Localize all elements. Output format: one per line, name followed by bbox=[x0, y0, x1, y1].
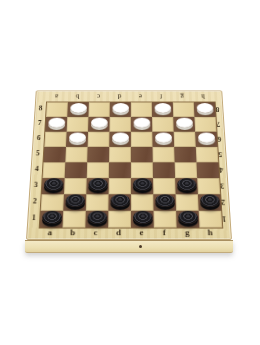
square-e5[interactable] bbox=[131, 147, 153, 162]
piece-white-a7[interactable] bbox=[48, 117, 65, 127]
square-b6[interactable] bbox=[66, 132, 88, 147]
piece-white-b6[interactable] bbox=[69, 132, 86, 142]
square-g1[interactable] bbox=[176, 211, 199, 228]
folding-box-front-edge bbox=[25, 240, 233, 253]
square-e1[interactable] bbox=[131, 211, 154, 228]
piece-white-e7[interactable] bbox=[133, 117, 150, 127]
piece-black-g3[interactable] bbox=[177, 178, 197, 191]
square-e6[interactable] bbox=[131, 132, 153, 147]
square-f3[interactable] bbox=[153, 178, 176, 194]
piece-white-f8[interactable] bbox=[154, 103, 171, 113]
square-b2[interactable] bbox=[63, 194, 86, 210]
square-h5[interactable] bbox=[196, 147, 219, 162]
square-e2[interactable] bbox=[131, 194, 154, 210]
file-labels-top: abcdefgh bbox=[46, 91, 214, 101]
square-f7[interactable] bbox=[152, 117, 174, 132]
piece-white-g7[interactable] bbox=[176, 117, 193, 127]
piece-black-h2[interactable] bbox=[199, 194, 219, 207]
piece-white-f6[interactable] bbox=[155, 132, 172, 142]
square-h1[interactable] bbox=[199, 211, 223, 228]
piece-black-g1[interactable] bbox=[178, 210, 198, 223]
square-a4[interactable] bbox=[43, 162, 66, 178]
square-e8[interactable] bbox=[131, 102, 152, 117]
square-c3[interactable] bbox=[86, 178, 109, 194]
square-a3[interactable] bbox=[42, 178, 65, 194]
square-d3[interactable] bbox=[109, 178, 131, 194]
square-f8[interactable] bbox=[152, 102, 173, 117]
square-h8[interactable] bbox=[194, 102, 216, 117]
square-f6[interactable] bbox=[152, 132, 174, 147]
checkers-board: abcdefgh abcdefgh 87654321 87654321 bbox=[26, 90, 232, 240]
square-c4[interactable] bbox=[87, 162, 109, 178]
square-h2[interactable] bbox=[198, 194, 221, 210]
square-e4[interactable] bbox=[131, 162, 153, 178]
piece-white-c7[interactable] bbox=[90, 117, 107, 127]
square-a2[interactable] bbox=[41, 194, 64, 210]
latch-pin-icon bbox=[139, 245, 142, 248]
square-h4[interactable] bbox=[196, 162, 219, 178]
square-f5[interactable] bbox=[153, 147, 175, 162]
file-label-top-d: d bbox=[109, 91, 130, 101]
product-photo-background: abcdefgh abcdefgh 87654321 87654321 bbox=[0, 0, 260, 345]
piece-white-d8[interactable] bbox=[112, 103, 129, 113]
piece-black-e3[interactable] bbox=[132, 178, 151, 191]
square-b1[interactable] bbox=[63, 211, 86, 228]
square-a1[interactable] bbox=[40, 211, 64, 228]
piece-black-c1[interactable] bbox=[87, 210, 107, 223]
square-g7[interactable] bbox=[173, 117, 195, 132]
piece-black-b2[interactable] bbox=[65, 194, 85, 207]
square-g5[interactable] bbox=[174, 147, 196, 162]
piece-black-c3[interactable] bbox=[88, 178, 108, 191]
piece-white-d6[interactable] bbox=[112, 132, 129, 142]
square-g6[interactable] bbox=[174, 132, 196, 147]
square-h7[interactable] bbox=[194, 117, 216, 132]
square-a5[interactable] bbox=[43, 147, 66, 162]
square-a8[interactable] bbox=[46, 102, 68, 117]
square-d1[interactable] bbox=[108, 211, 131, 228]
board-grid bbox=[39, 102, 224, 229]
square-a6[interactable] bbox=[44, 132, 66, 147]
square-d8[interactable] bbox=[110, 102, 131, 117]
piece-black-f2[interactable] bbox=[155, 194, 175, 207]
file-label-top-a: a bbox=[46, 91, 67, 101]
square-h3[interactable] bbox=[197, 178, 220, 194]
piece-black-a3[interactable] bbox=[43, 178, 63, 191]
piece-white-b8[interactable] bbox=[70, 103, 87, 113]
square-g8[interactable] bbox=[173, 102, 195, 117]
square-h6[interactable] bbox=[195, 132, 217, 147]
file-label-top-c: c bbox=[88, 91, 109, 101]
file-label-top-g: g bbox=[172, 91, 193, 101]
square-b5[interactable] bbox=[65, 147, 87, 162]
square-d5[interactable] bbox=[109, 147, 131, 162]
file-label-top-b: b bbox=[67, 91, 88, 101]
square-g3[interactable] bbox=[175, 178, 198, 194]
file-label-top-h: h bbox=[192, 91, 213, 101]
piece-white-h6[interactable] bbox=[197, 132, 214, 142]
piece-black-d2[interactable] bbox=[110, 194, 130, 207]
square-b4[interactable] bbox=[65, 162, 88, 178]
square-b3[interactable] bbox=[64, 178, 87, 194]
square-e3[interactable] bbox=[131, 178, 153, 194]
square-c5[interactable] bbox=[87, 147, 109, 162]
square-b7[interactable] bbox=[67, 117, 89, 132]
square-c7[interactable] bbox=[88, 117, 110, 132]
square-c1[interactable] bbox=[85, 211, 108, 228]
square-c6[interactable] bbox=[88, 132, 110, 147]
piece-black-a1[interactable] bbox=[41, 210, 61, 223]
square-f1[interactable] bbox=[154, 211, 177, 228]
square-g2[interactable] bbox=[176, 194, 199, 210]
square-e7[interactable] bbox=[131, 117, 152, 132]
board-frame: abcdefgh abcdefgh 87654321 87654321 bbox=[26, 90, 232, 240]
square-b8[interactable] bbox=[67, 102, 89, 117]
piece-white-h8[interactable] bbox=[196, 103, 213, 113]
square-a7[interactable] bbox=[45, 117, 67, 132]
square-g4[interactable] bbox=[175, 162, 198, 178]
square-c8[interactable] bbox=[88, 102, 109, 117]
square-c2[interactable] bbox=[86, 194, 109, 210]
square-d6[interactable] bbox=[109, 132, 131, 147]
square-d7[interactable] bbox=[109, 117, 130, 132]
square-f4[interactable] bbox=[153, 162, 175, 178]
piece-black-e1[interactable] bbox=[132, 210, 152, 223]
square-d4[interactable] bbox=[109, 162, 131, 178]
file-label-top-f: f bbox=[151, 91, 172, 101]
file-label-top-e: e bbox=[130, 91, 151, 101]
square-d2[interactable] bbox=[108, 194, 131, 210]
square-f2[interactable] bbox=[153, 194, 176, 210]
